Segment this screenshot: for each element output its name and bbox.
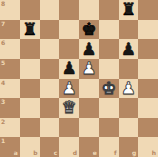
piece-black-pawn[interactable]: ♟ <box>81 41 96 58</box>
square-f4[interactable]: ♚ <box>99 79 119 99</box>
square-d4[interactable]: ♟ <box>59 79 79 99</box>
square-c7[interactable] <box>40 20 60 40</box>
square-f1[interactable]: f <box>99 137 119 157</box>
square-g6[interactable]: ♟ <box>119 39 139 59</box>
square-e8[interactable] <box>79 0 99 20</box>
square-c5[interactable] <box>40 59 60 79</box>
square-c3[interactable] <box>40 98 60 118</box>
square-h6[interactable] <box>138 39 158 59</box>
square-a2[interactable]: 2 <box>0 118 20 138</box>
chess-board: 8♜7♜♚6♟♟5♟♟4♟♚♟3♛21abcdefgh <box>0 0 158 157</box>
square-c1[interactable]: c <box>40 137 60 157</box>
square-c4[interactable] <box>40 79 60 99</box>
piece-black-pawn[interactable]: ♟ <box>62 60 77 77</box>
square-g8[interactable]: ♜ <box>119 0 139 20</box>
rank-label-6: 6 <box>1 40 5 46</box>
piece-white-pawn[interactable]: ♟ <box>81 60 96 77</box>
square-d1[interactable]: d <box>59 137 79 157</box>
rank-label-1: 1 <box>1 138 5 144</box>
piece-white-king[interactable]: ♚ <box>101 80 116 97</box>
square-g5[interactable] <box>119 59 139 79</box>
file-label-h: h <box>152 150 156 156</box>
square-g7[interactable] <box>119 20 139 40</box>
square-a3[interactable]: 3 <box>0 98 20 118</box>
file-label-e: e <box>93 150 97 156</box>
square-d5[interactable]: ♟ <box>59 59 79 79</box>
square-h5[interactable] <box>138 59 158 79</box>
square-f2[interactable] <box>99 118 119 138</box>
square-e6[interactable]: ♟ <box>79 39 99 59</box>
square-e2[interactable] <box>79 118 99 138</box>
square-e4[interactable] <box>79 79 99 99</box>
square-c2[interactable] <box>40 118 60 138</box>
square-f5[interactable] <box>99 59 119 79</box>
file-label-g: g <box>132 150 136 156</box>
square-a7[interactable]: 7 <box>0 20 20 40</box>
square-d8[interactable] <box>59 0 79 20</box>
square-f7[interactable] <box>99 20 119 40</box>
square-b6[interactable] <box>20 39 40 59</box>
square-b2[interactable] <box>20 118 40 138</box>
rank-label-2: 2 <box>1 119 5 125</box>
piece-white-queen[interactable]: ♛ <box>62 99 77 116</box>
rank-label-4: 4 <box>1 80 5 86</box>
file-label-c: c <box>54 150 58 156</box>
square-h8[interactable] <box>138 0 158 20</box>
square-c6[interactable] <box>40 39 60 59</box>
square-f8[interactable] <box>99 0 119 20</box>
square-h3[interactable] <box>138 98 158 118</box>
square-e5[interactable]: ♟ <box>79 59 99 79</box>
piece-black-pawn[interactable]: ♟ <box>121 41 136 58</box>
square-f3[interactable] <box>99 98 119 118</box>
file-label-a: a <box>14 150 18 156</box>
square-b4[interactable] <box>20 79 40 99</box>
rank-label-7: 7 <box>1 21 5 27</box>
square-e3[interactable] <box>79 98 99 118</box>
square-g2[interactable] <box>119 118 139 138</box>
square-e7[interactable]: ♚ <box>79 20 99 40</box>
square-a1[interactable]: 1a <box>0 137 20 157</box>
square-b5[interactable] <box>20 59 40 79</box>
piece-black-rook[interactable]: ♜ <box>121 1 136 18</box>
piece-black-rook[interactable]: ♜ <box>22 21 37 38</box>
square-h7[interactable] <box>138 20 158 40</box>
square-a6[interactable]: 6 <box>0 39 20 59</box>
piece-white-pawn[interactable]: ♟ <box>121 80 136 97</box>
square-d2[interactable] <box>59 118 79 138</box>
square-d3[interactable]: ♛ <box>59 98 79 118</box>
piece-white-pawn[interactable]: ♟ <box>62 80 77 97</box>
square-g4[interactable]: ♟ <box>119 79 139 99</box>
square-h4[interactable] <box>138 79 158 99</box>
square-b8[interactable] <box>20 0 40 20</box>
square-a8[interactable]: 8 <box>0 0 20 20</box>
file-label-f: f <box>114 150 117 156</box>
square-d6[interactable] <box>59 39 79 59</box>
piece-black-king[interactable]: ♚ <box>81 21 96 38</box>
square-g1[interactable]: g <box>119 137 139 157</box>
square-g3[interactable] <box>119 98 139 118</box>
square-f6[interactable] <box>99 39 119 59</box>
file-label-d: d <box>73 150 77 156</box>
rank-label-3: 3 <box>1 99 5 105</box>
square-e1[interactable]: e <box>79 137 99 157</box>
file-label-b: b <box>33 150 37 156</box>
square-h2[interactable] <box>138 118 158 138</box>
square-a4[interactable]: 4 <box>0 79 20 99</box>
square-b3[interactable] <box>20 98 40 118</box>
square-d7[interactable] <box>59 20 79 40</box>
square-b7[interactable]: ♜ <box>20 20 40 40</box>
square-h1[interactable]: h <box>138 137 158 157</box>
rank-label-5: 5 <box>1 60 5 66</box>
square-c8[interactable] <box>40 0 60 20</box>
square-a5[interactable]: 5 <box>0 59 20 79</box>
rank-label-8: 8 <box>1 1 5 7</box>
square-b1[interactable]: b <box>20 137 40 157</box>
